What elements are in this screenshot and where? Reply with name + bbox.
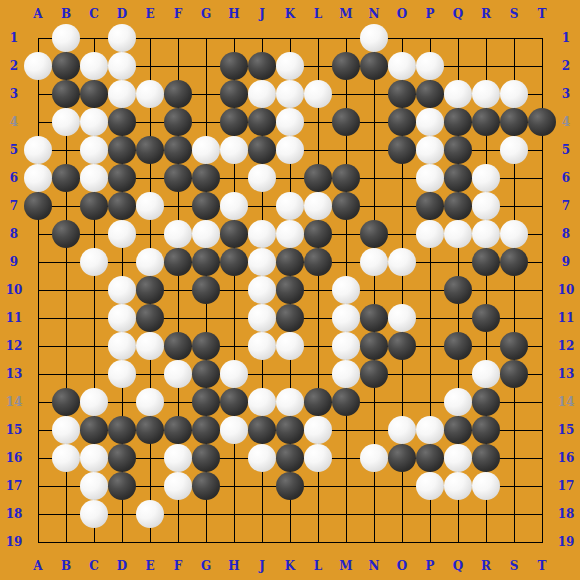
stone-white-C16[interactable] [80,444,108,472]
stone-black-R11[interactable] [472,304,500,332]
stone-white-N1[interactable] [360,24,388,52]
coord-top-B: B [61,8,71,20]
stone-black-D17[interactable] [108,472,136,500]
stone-black-L14[interactable] [304,388,332,416]
coord-left-12: 12 [6,340,23,352]
stone-white-Q17[interactable] [444,472,472,500]
stone-black-N12[interactable] [360,332,388,360]
stone-white-H5[interactable] [220,136,248,164]
stone-black-G16[interactable] [192,444,220,472]
stone-white-C6[interactable] [80,164,108,192]
stone-black-Q5[interactable] [444,136,472,164]
coord-right-18: 18 [558,508,575,520]
coord-top-G: G [201,8,211,20]
stone-white-S8[interactable] [500,220,528,248]
stone-white-Q16[interactable] [444,444,472,472]
stone-white-J12[interactable] [248,332,276,360]
stone-white-D2[interactable] [108,52,136,80]
coord-left-6: 6 [10,172,18,184]
stone-white-J6[interactable] [248,164,276,192]
stone-white-R17[interactable] [472,472,500,500]
coord-left-19: 19 [6,536,23,548]
stone-black-Q12[interactable] [444,332,472,360]
coord-bottom-Q: Q [453,560,463,572]
stone-white-L16[interactable] [304,444,332,472]
stone-white-K14[interactable] [276,388,304,416]
stone-white-H7[interactable] [220,192,248,220]
stone-white-B15[interactable] [52,416,80,444]
stone-black-K17[interactable] [276,472,304,500]
coord-left-9: 9 [10,256,18,268]
stone-black-Q15[interactable] [444,416,472,444]
stone-white-C5[interactable] [80,136,108,164]
stone-black-N13[interactable] [360,360,388,388]
stone-black-O16[interactable] [388,444,416,472]
stone-white-J14[interactable] [248,388,276,416]
stone-white-F13[interactable] [164,360,192,388]
stone-black-G10[interactable] [192,276,220,304]
stone-white-O9[interactable] [388,248,416,276]
coord-right-4: 4 [562,116,570,128]
stone-white-C18[interactable] [80,500,108,528]
stone-black-K9[interactable] [276,248,304,276]
stone-white-O15[interactable] [388,416,416,444]
stone-black-R9[interactable] [472,248,500,276]
coord-bottom-S: S [510,560,519,572]
stone-black-J5[interactable] [248,136,276,164]
coord-bottom-F: F [174,560,183,572]
stone-black-F4[interactable] [164,108,192,136]
coord-left-13: 13 [6,368,23,380]
stone-black-G15[interactable] [192,416,220,444]
stone-black-H3[interactable] [220,80,248,108]
stone-black-E10[interactable] [136,276,164,304]
stone-white-H15[interactable] [220,416,248,444]
stone-black-P16[interactable] [416,444,444,472]
coord-left-1: 1 [10,32,18,44]
stone-white-D13[interactable] [108,360,136,388]
stone-white-D3[interactable] [108,80,136,108]
stone-white-M13[interactable] [332,360,360,388]
stone-black-D6[interactable] [108,164,136,192]
stone-white-S5[interactable] [500,136,528,164]
coord-left-14: 14 [6,396,23,408]
stone-black-D5[interactable] [108,136,136,164]
stone-black-B14[interactable] [52,388,80,416]
stone-black-G7[interactable] [192,192,220,220]
stone-black-Q7[interactable] [444,192,472,220]
stone-white-K5[interactable] [276,136,304,164]
coord-top-L: L [314,8,322,20]
coord-left-7: 7 [10,200,18,212]
coord-left-8: 8 [10,228,18,240]
stone-white-R8[interactable] [472,220,500,248]
coord-bottom-J: J [259,560,265,572]
stone-black-L6[interactable] [304,164,332,192]
stone-black-L9[interactable] [304,248,332,276]
coord-bottom-L: L [314,560,322,572]
stone-white-N16[interactable] [360,444,388,472]
stone-white-C2[interactable] [80,52,108,80]
coord-top-M: M [339,8,352,20]
stone-black-L8[interactable] [304,220,332,248]
stone-black-R15[interactable] [472,416,500,444]
stone-white-A6[interactable] [24,164,52,192]
stone-white-J16[interactable] [248,444,276,472]
coord-left-3: 3 [10,88,18,100]
stone-white-P17[interactable] [416,472,444,500]
stone-black-O4[interactable] [388,108,416,136]
coord-bottom-D: D [117,560,127,572]
stone-black-F15[interactable] [164,416,192,444]
coord-right-8: 8 [562,228,570,240]
stone-black-E5[interactable] [136,136,164,164]
coord-left-4: 4 [10,116,18,128]
coord-right-7: 7 [562,200,570,212]
stone-white-E7[interactable] [136,192,164,220]
stone-white-Q14[interactable] [444,388,472,416]
stone-white-D1[interactable] [108,24,136,52]
stone-white-F17[interactable] [164,472,192,500]
stone-white-G8[interactable] [192,220,220,248]
stone-black-O3[interactable] [388,80,416,108]
stone-white-K12[interactable] [276,332,304,360]
stone-white-H13[interactable] [220,360,248,388]
stone-white-E14[interactable] [136,388,164,416]
coord-bottom-G: G [201,560,211,572]
stone-white-E12[interactable] [136,332,164,360]
stone-black-F12[interactable] [164,332,192,360]
stone-white-K4[interactable] [276,108,304,136]
stone-white-D8[interactable] [108,220,136,248]
stone-black-M4[interactable] [332,108,360,136]
coord-right-11: 11 [558,312,575,324]
coord-left-18: 18 [6,508,23,520]
stone-black-S13[interactable] [500,360,528,388]
stone-black-D4[interactable] [108,108,136,136]
coord-right-14: 14 [558,396,575,408]
coord-left-2: 2 [10,60,18,72]
stone-white-R6[interactable] [472,164,500,192]
coord-top-H: H [228,8,239,20]
stone-black-J2[interactable] [248,52,276,80]
stone-black-D15[interactable] [108,416,136,444]
stone-black-G14[interactable] [192,388,220,416]
stone-black-P3[interactable] [416,80,444,108]
stone-black-F3[interactable] [164,80,192,108]
coord-top-Q: Q [453,8,463,20]
stone-black-E15[interactable] [136,416,164,444]
stone-white-K7[interactable] [276,192,304,220]
coord-bottom-N: N [369,560,380,572]
stone-white-F16[interactable] [164,444,192,472]
stone-black-K16[interactable] [276,444,304,472]
coord-top-A: A [33,8,42,20]
coord-top-D: D [117,8,127,20]
stone-white-P8[interactable] [416,220,444,248]
stone-white-A2[interactable] [24,52,52,80]
stone-black-G13[interactable] [192,360,220,388]
stone-black-B3[interactable] [52,80,80,108]
stone-white-R13[interactable] [472,360,500,388]
stone-white-C17[interactable] [80,472,108,500]
coord-bottom-A: A [33,560,42,572]
coord-right-16: 16 [558,452,575,464]
stone-black-Q4[interactable] [444,108,472,136]
stone-black-M2[interactable] [332,52,360,80]
coord-bottom-H: H [228,560,239,572]
stone-black-K10[interactable] [276,276,304,304]
coord-right-19: 19 [558,536,575,548]
stone-white-D12[interactable] [108,332,136,360]
stone-black-N8[interactable] [360,220,388,248]
stone-black-J15[interactable] [248,416,276,444]
stone-black-C15[interactable] [80,416,108,444]
coord-right-15: 15 [558,424,575,436]
stone-black-F9[interactable] [164,248,192,276]
stone-white-J11[interactable] [248,304,276,332]
stone-white-E18[interactable] [136,500,164,528]
stone-black-O12[interactable] [388,332,416,360]
coord-top-C: C [89,8,99,20]
stone-black-F6[interactable] [164,164,192,192]
stone-black-Q10[interactable] [444,276,472,304]
stone-white-R7[interactable] [472,192,500,220]
stone-black-T4[interactable] [528,108,556,136]
coord-top-O: O [397,8,407,20]
coord-right-13: 13 [558,368,575,380]
coord-left-16: 16 [6,452,23,464]
coord-left-11: 11 [6,312,23,324]
stone-white-F8[interactable] [164,220,192,248]
coord-top-T: T [538,8,547,20]
stone-black-M6[interactable] [332,164,360,192]
coord-left-15: 15 [6,424,23,436]
coord-right-17: 17 [558,480,575,492]
coord-top-S: S [510,8,519,20]
stone-white-P2[interactable] [416,52,444,80]
stone-white-L15[interactable] [304,416,332,444]
coord-right-5: 5 [562,144,570,156]
coord-bottom-R: R [481,560,491,572]
coord-top-J: J [259,8,265,20]
stone-black-P7[interactable] [416,192,444,220]
stone-black-H2[interactable] [220,52,248,80]
coord-left-10: 10 [6,284,23,296]
stone-black-S12[interactable] [500,332,528,360]
stone-white-O2[interactable] [388,52,416,80]
stone-black-B2[interactable] [52,52,80,80]
stone-white-K2[interactable] [276,52,304,80]
coord-left-5: 5 [10,144,18,156]
coord-right-1: 1 [562,32,570,44]
stone-black-J4[interactable] [248,108,276,136]
stone-white-P6[interactable] [416,164,444,192]
coord-bottom-O: O [397,560,407,572]
stone-white-B16[interactable] [52,444,80,472]
stone-white-J10[interactable] [248,276,276,304]
stone-white-B4[interactable] [52,108,80,136]
coord-top-N: N [369,8,380,20]
stone-white-C9[interactable] [80,248,108,276]
coord-top-K: K [285,8,295,20]
stone-black-F5[interactable] [164,136,192,164]
stone-white-S3[interactable] [500,80,528,108]
coord-right-6: 6 [562,172,570,184]
stone-black-M14[interactable] [332,388,360,416]
coord-top-R: R [481,8,491,20]
stone-black-O5[interactable] [388,136,416,164]
stone-black-S4[interactable] [500,108,528,136]
stone-white-J9[interactable] [248,248,276,276]
stone-white-D10[interactable] [108,276,136,304]
stone-black-H4[interactable] [220,108,248,136]
stone-white-J8[interactable] [248,220,276,248]
stone-white-P5[interactable] [416,136,444,164]
stone-black-R4[interactable] [472,108,500,136]
stone-white-E9[interactable] [136,248,164,276]
stone-black-E11[interactable] [136,304,164,332]
coord-left-17: 17 [6,480,23,492]
coord-top-F: F [174,8,183,20]
coord-right-10: 10 [558,284,575,296]
stone-black-B6[interactable] [52,164,80,192]
coord-bottom-C: C [89,560,99,572]
stone-black-R14[interactable] [472,388,500,416]
stone-black-B8[interactable] [52,220,80,248]
stone-white-P15[interactable] [416,416,444,444]
coord-right-12: 12 [558,340,575,352]
stone-white-R3[interactable] [472,80,500,108]
coord-bottom-M: M [339,560,352,572]
stone-black-D16[interactable] [108,444,136,472]
stone-white-L7[interactable] [304,192,332,220]
stone-black-K11[interactable] [276,304,304,332]
coord-right-3: 3 [562,88,570,100]
stone-black-M7[interactable] [332,192,360,220]
stone-black-H8[interactable] [220,220,248,248]
stone-black-A7[interactable] [24,192,52,220]
stone-white-Q3[interactable] [444,80,472,108]
stone-black-Q6[interactable] [444,164,472,192]
stone-white-P4[interactable] [416,108,444,136]
stone-white-M11[interactable] [332,304,360,332]
stone-white-M12[interactable] [332,332,360,360]
stone-black-G12[interactable] [192,332,220,360]
stone-black-G9[interactable] [192,248,220,276]
stone-white-K3[interactable] [276,80,304,108]
stone-black-N2[interactable] [360,52,388,80]
coord-top-P: P [425,8,434,20]
stone-white-L3[interactable] [304,80,332,108]
stone-white-G5[interactable] [192,136,220,164]
stone-white-N9[interactable] [360,248,388,276]
coord-right-9: 9 [562,256,570,268]
stone-black-G6[interactable] [192,164,220,192]
stone-white-K8[interactable] [276,220,304,248]
stone-black-R16[interactable] [472,444,500,472]
coord-bottom-P: P [425,560,434,572]
go-board: AABBCCDDEEFFGGHHJJKKLLMMNNOOPPQQRRSSTT11… [0,0,580,580]
stone-black-C7[interactable] [80,192,108,220]
stone-white-M10[interactable] [332,276,360,304]
stone-black-H9[interactable] [220,248,248,276]
stone-white-C4[interactable] [80,108,108,136]
stone-white-C14[interactable] [80,388,108,416]
stone-white-D11[interactable] [108,304,136,332]
coord-bottom-K: K [285,560,295,572]
stone-black-H14[interactable] [220,388,248,416]
coord-bottom-E: E [145,560,154,572]
coord-top-E: E [145,8,154,20]
stone-white-A5[interactable] [24,136,52,164]
stone-black-S9[interactable] [500,248,528,276]
stone-black-K15[interactable] [276,416,304,444]
stone-black-C3[interactable] [80,80,108,108]
stone-black-G17[interactable] [192,472,220,500]
stone-white-Q8[interactable] [444,220,472,248]
coord-right-2: 2 [562,60,570,72]
stone-black-N11[interactable] [360,304,388,332]
stone-white-O11[interactable] [388,304,416,332]
stone-white-B1[interactable] [52,24,80,52]
stone-white-E3[interactable] [136,80,164,108]
stone-white-J3[interactable] [248,80,276,108]
coord-bottom-B: B [61,560,71,572]
coord-bottom-T: T [538,560,547,572]
stone-black-D7[interactable] [108,192,136,220]
